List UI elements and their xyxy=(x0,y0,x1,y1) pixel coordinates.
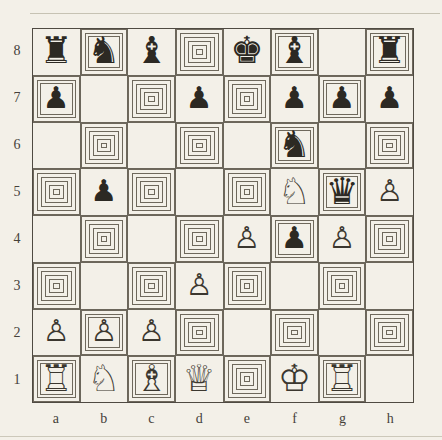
square-h6 xyxy=(366,123,413,169)
square-b3 xyxy=(81,263,128,309)
square-e8: ♚ xyxy=(224,29,271,75)
white-king: ♔ xyxy=(278,360,311,397)
square-c7 xyxy=(128,76,175,122)
black-pawn: ♟ xyxy=(90,176,117,206)
square-h5: ♙ xyxy=(366,169,413,215)
square-b7 xyxy=(81,76,128,122)
square-a3 xyxy=(33,263,80,309)
black-pawn: ♟ xyxy=(329,83,356,113)
square-d6 xyxy=(176,123,223,169)
square-f3 xyxy=(271,263,318,309)
square-c5 xyxy=(128,169,175,215)
black-queen: ♛ xyxy=(325,173,358,210)
rank-label-1: 1 xyxy=(8,356,26,403)
file-label-b: b xyxy=(80,406,128,432)
square-a2: ♙ xyxy=(33,310,80,356)
square-f6: ♞ xyxy=(271,123,318,169)
square-b8: ♞ xyxy=(81,29,128,75)
black-pawn: ♟ xyxy=(281,83,308,113)
square-d7: ♟ xyxy=(176,76,223,122)
file-label-d: d xyxy=(175,406,223,432)
square-h8: ♜ xyxy=(366,29,413,75)
rank-label-8: 8 xyxy=(8,28,26,75)
rank-labels: 87654321 xyxy=(8,28,26,403)
rank-label-6: 6 xyxy=(8,122,26,169)
file-labels: abcdefgh xyxy=(32,406,414,432)
square-b2: ♙ xyxy=(81,310,128,356)
black-king: ♚ xyxy=(230,32,263,69)
black-bishop: ♝ xyxy=(278,32,311,69)
square-g7: ♟ xyxy=(319,76,366,122)
square-g3 xyxy=(319,263,366,309)
black-pawn: ♟ xyxy=(43,83,70,113)
square-c2: ♙ xyxy=(128,310,175,356)
white-knight: ♘ xyxy=(87,360,120,397)
chess-board: ♜♞♝♚♝♜♟♟♟♟♟♞♟♘♛♙♙♟♙♙♙♙♙♖♘♗♕♔♖ xyxy=(32,28,414,403)
square-g6 xyxy=(319,123,366,169)
square-c4 xyxy=(128,216,175,262)
square-d5 xyxy=(176,169,223,215)
square-c8: ♝ xyxy=(128,29,175,75)
square-g1: ♖ xyxy=(319,356,366,402)
square-a4 xyxy=(33,216,80,262)
square-c6 xyxy=(128,123,175,169)
square-a7: ♟ xyxy=(33,76,80,122)
square-e7 xyxy=(224,76,271,122)
square-h4 xyxy=(366,216,413,262)
square-e3 xyxy=(224,263,271,309)
white-rook: ♖ xyxy=(325,360,358,397)
rank-label-2: 2 xyxy=(8,309,26,356)
square-c3 xyxy=(128,263,175,309)
black-knight: ♞ xyxy=(87,32,120,69)
square-g2 xyxy=(319,310,366,356)
white-pawn: ♙ xyxy=(186,270,213,300)
black-pawn: ♟ xyxy=(281,223,308,253)
white-pawn: ♙ xyxy=(90,316,117,346)
square-b5: ♟ xyxy=(81,169,128,215)
white-rook: ♖ xyxy=(40,360,73,397)
black-rook: ♜ xyxy=(373,32,406,69)
page-rule-top xyxy=(30,13,440,14)
black-rook: ♜ xyxy=(40,32,73,69)
square-a1: ♖ xyxy=(33,356,80,402)
square-b1: ♘ xyxy=(81,356,128,402)
square-a6 xyxy=(33,123,80,169)
square-e5 xyxy=(224,169,271,215)
square-e6 xyxy=(224,123,271,169)
black-knight: ♞ xyxy=(278,126,311,163)
white-pawn: ♙ xyxy=(233,223,260,253)
square-e1 xyxy=(224,356,271,402)
black-bishop: ♝ xyxy=(135,32,168,69)
black-pawn: ♟ xyxy=(376,83,403,113)
rank-label-7: 7 xyxy=(8,75,26,122)
square-f8: ♝ xyxy=(271,29,318,75)
square-e2 xyxy=(224,310,271,356)
white-bishop: ♗ xyxy=(135,360,168,397)
square-f5: ♘ xyxy=(271,169,318,215)
square-d8 xyxy=(176,29,223,75)
square-f2 xyxy=(271,310,318,356)
square-g8 xyxy=(319,29,366,75)
square-h7: ♟ xyxy=(366,76,413,122)
rank-label-3: 3 xyxy=(8,262,26,309)
file-label-g: g xyxy=(319,406,367,432)
square-e4: ♙ xyxy=(224,216,271,262)
square-b6 xyxy=(81,123,128,169)
white-queen: ♕ xyxy=(183,360,216,397)
black-pawn: ♟ xyxy=(186,83,213,113)
square-d1: ♕ xyxy=(176,356,223,402)
square-d4 xyxy=(176,216,223,262)
file-label-c: c xyxy=(128,406,176,432)
file-label-e: e xyxy=(223,406,271,432)
file-label-a: a xyxy=(32,406,80,432)
square-b4 xyxy=(81,216,128,262)
white-pawn: ♙ xyxy=(43,316,70,346)
square-f4: ♟ xyxy=(271,216,318,262)
square-g4: ♙ xyxy=(319,216,366,262)
square-h2 xyxy=(366,310,413,356)
rank-label-5: 5 xyxy=(8,169,26,216)
square-d2 xyxy=(176,310,223,356)
file-label-h: h xyxy=(366,406,414,432)
square-a5 xyxy=(33,169,80,215)
square-d3: ♙ xyxy=(176,263,223,309)
page-rule-bottom xyxy=(0,436,442,437)
square-h3 xyxy=(366,263,413,309)
white-pawn: ♙ xyxy=(329,223,356,253)
white-pawn: ♙ xyxy=(376,176,403,206)
square-g5: ♛ xyxy=(319,169,366,215)
white-knight: ♘ xyxy=(278,173,311,210)
rank-label-4: 4 xyxy=(8,216,26,263)
square-f1: ♔ xyxy=(271,356,318,402)
white-pawn: ♙ xyxy=(138,316,165,346)
square-h1 xyxy=(366,356,413,402)
file-label-f: f xyxy=(271,406,319,432)
square-f7: ♟ xyxy=(271,76,318,122)
square-c1: ♗ xyxy=(128,356,175,402)
square-a8: ♜ xyxy=(33,29,80,75)
